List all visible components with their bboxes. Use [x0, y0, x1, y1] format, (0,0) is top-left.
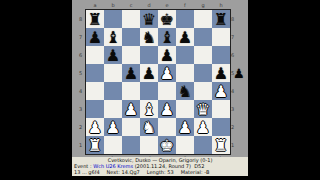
square-f8[interactable] — [176, 10, 194, 28]
white-pawn[interactable]: ♟ — [158, 100, 176, 118]
coord-label: f — [176, 2, 194, 8]
black-bishop[interactable]: ♝ — [158, 28, 176, 46]
square-c1[interactable] — [122, 136, 140, 154]
last-move-text: 13 ... g6f4 — [74, 169, 100, 175]
rank-labels-left: 87654321 — [79, 10, 82, 154]
square-a4[interactable] — [86, 82, 104, 100]
square-d6[interactable] — [140, 46, 158, 64]
black-pawn[interactable]: ♟ — [86, 28, 104, 46]
square-h7[interactable] — [212, 28, 230, 46]
black-pawn[interactable]: ♟ — [104, 46, 122, 64]
square-c7[interactable] — [122, 28, 140, 46]
coord-label: 8 — [231, 10, 234, 28]
square-d8[interactable]: ♛ — [140, 10, 158, 28]
square-h8[interactable]: ♜ — [212, 10, 230, 28]
square-h3[interactable] — [212, 100, 230, 118]
chess-board: ♜♛♚♜♟♝♞♝♟♟♟♟♟♟♟♞♟♟♝♟♛♟♟♞♟♟♜♚♜ — [85, 9, 231, 155]
white-pawn[interactable]: ♟ — [158, 64, 176, 82]
square-d7[interactable]: ♞ — [140, 28, 158, 46]
square-b7[interactable]: ♝ — [104, 28, 122, 46]
square-c3[interactable]: ♟ — [122, 100, 140, 118]
square-f2[interactable]: ♟ — [176, 118, 194, 136]
square-f4[interactable]: ♞ — [176, 82, 194, 100]
square-f5[interactable] — [176, 64, 194, 82]
square-c2[interactable] — [122, 118, 140, 136]
next-move-text: Next: 14.Qg7 — [107, 169, 140, 175]
square-a2[interactable]: ♟ — [86, 118, 104, 136]
square-c6[interactable] — [122, 46, 140, 64]
length-text: Length: 53 — [147, 169, 174, 175]
letterbox-right — [248, 0, 320, 180]
square-h6[interactable] — [212, 46, 230, 64]
square-a8[interactable]: ♜ — [86, 10, 104, 28]
video-frame: abcdefgh abcdefgh 87654321 87654321 ♜♛♚♜… — [0, 0, 320, 180]
coord-label: a — [86, 2, 104, 8]
square-e7[interactable]: ♝ — [158, 28, 176, 46]
square-e1[interactable]: ♚ — [158, 136, 176, 154]
white-bishop[interactable]: ♝ — [140, 100, 158, 118]
square-b8[interactable] — [104, 10, 122, 28]
square-h1[interactable]: ♜ — [212, 136, 230, 154]
square-e4[interactable] — [158, 82, 176, 100]
square-a6[interactable] — [86, 46, 104, 64]
square-b4[interactable] — [104, 82, 122, 100]
square-h4[interactable]: ♟ — [212, 82, 230, 100]
square-f6[interactable] — [176, 46, 194, 64]
square-a7[interactable]: ♟ — [86, 28, 104, 46]
white-king[interactable]: ♚ — [158, 136, 176, 154]
square-h2[interactable] — [212, 118, 230, 136]
square-d2[interactable]: ♞ — [140, 118, 158, 136]
white-pawn[interactable]: ♟ — [86, 118, 104, 136]
square-b5[interactable] — [104, 64, 122, 82]
black-bishop[interactable]: ♝ — [104, 28, 122, 46]
square-g6[interactable] — [194, 46, 212, 64]
coord-label: 6 — [231, 46, 234, 64]
move-status-line: 13 ... g6f4Next: 14.Qg7Length: 53Materia… — [72, 169, 248, 175]
square-c8[interactable] — [122, 10, 140, 28]
white-rook[interactable]: ♜ — [86, 136, 104, 154]
coord-label: 4 — [79, 82, 82, 100]
square-g4[interactable] — [194, 82, 212, 100]
coord-label: 7 — [79, 28, 82, 46]
white-pawn[interactable]: ♟ — [104, 118, 122, 136]
square-f3[interactable] — [176, 100, 194, 118]
white-pawn[interactable]: ♟ — [194, 118, 212, 136]
coord-label: 2 — [231, 118, 234, 136]
letterbox-left — [0, 0, 72, 180]
square-h5[interactable]: ♟ — [212, 64, 230, 82]
square-c4[interactable] — [122, 82, 140, 100]
coord-label: h — [212, 2, 230, 8]
coord-label: g — [194, 2, 212, 8]
black-knight[interactable]: ♞ — [140, 28, 158, 46]
material-text: Material: -B — [181, 169, 210, 175]
square-d5[interactable]: ♟ — [140, 64, 158, 82]
square-g1[interactable] — [194, 136, 212, 154]
square-g5[interactable] — [194, 64, 212, 82]
bottom-black-strip — [0, 176, 320, 180]
black-knight[interactable]: ♞ — [176, 82, 194, 100]
coord-label: 5 — [79, 64, 82, 82]
square-f7[interactable]: ♟ — [176, 28, 194, 46]
coord-label: 3 — [231, 100, 234, 118]
coord-label: 3 — [79, 100, 82, 118]
coord-label: 4 — [231, 82, 234, 100]
square-b2[interactable]: ♟ — [104, 118, 122, 136]
square-e8[interactable]: ♚ — [158, 10, 176, 28]
square-e3[interactable]: ♟ — [158, 100, 176, 118]
white-pawn[interactable]: ♟ — [122, 100, 140, 118]
square-d1[interactable] — [140, 136, 158, 154]
white-knight[interactable]: ♞ — [140, 118, 158, 136]
square-f1[interactable] — [176, 136, 194, 154]
white-pawn[interactable]: ♟ — [212, 82, 230, 100]
coord-label: 1 — [79, 136, 82, 154]
black-pawn[interactable]: ♟ — [140, 64, 158, 82]
black-rook[interactable]: ♜ — [212, 10, 230, 28]
white-queen[interactable]: ♛ — [194, 100, 212, 118]
file-labels-top: abcdefgh — [86, 2, 230, 8]
black-pawn[interactable]: ♟ — [122, 64, 140, 82]
coord-label: d — [140, 2, 158, 8]
white-rook[interactable]: ♜ — [212, 136, 230, 154]
coord-label: e — [158, 2, 176, 8]
black-pawn[interactable]: ♟ — [176, 28, 194, 46]
square-c5[interactable]: ♟ — [122, 64, 140, 82]
square-e2[interactable] — [158, 118, 176, 136]
coord-label: b — [104, 2, 122, 8]
black-rook[interactable]: ♜ — [86, 10, 104, 28]
square-a3[interactable] — [86, 100, 104, 118]
black-pawn[interactable]: ♟ — [212, 64, 230, 82]
coord-label: c — [122, 2, 140, 8]
square-a1[interactable]: ♜ — [86, 136, 104, 154]
square-g7[interactable] — [194, 28, 212, 46]
coord-label: 7 — [231, 28, 234, 46]
square-d3[interactable]: ♝ — [140, 100, 158, 118]
coord-label: 8 — [79, 10, 82, 28]
square-b3[interactable] — [104, 100, 122, 118]
square-e5[interactable]: ♟ — [158, 64, 176, 82]
game-info-bar: Cvetkovic, Dusko — Oparin, Grigoriy (0-1… — [72, 157, 248, 176]
black-pawn[interactable]: ♟ — [158, 46, 176, 64]
white-pawn[interactable]: ♟ — [176, 118, 194, 136]
square-b1[interactable] — [104, 136, 122, 154]
black-pawn-indicator: ♟ — [233, 66, 245, 81]
coord-label: 1 — [231, 136, 234, 154]
square-g8[interactable] — [194, 10, 212, 28]
rank-labels-right: 87654321 — [231, 10, 234, 154]
black-king[interactable]: ♚ — [158, 10, 176, 28]
coord-label: 2 — [79, 118, 82, 136]
square-d4[interactable] — [140, 82, 158, 100]
square-b6[interactable]: ♟ — [104, 46, 122, 64]
square-g2[interactable]: ♟ — [194, 118, 212, 136]
square-g3[interactable]: ♛ — [194, 100, 212, 118]
square-a5[interactable] — [86, 64, 104, 82]
coord-label: 6 — [79, 46, 82, 64]
black-queen[interactable]: ♛ — [140, 10, 158, 28]
square-e6[interactable]: ♟ — [158, 46, 176, 64]
